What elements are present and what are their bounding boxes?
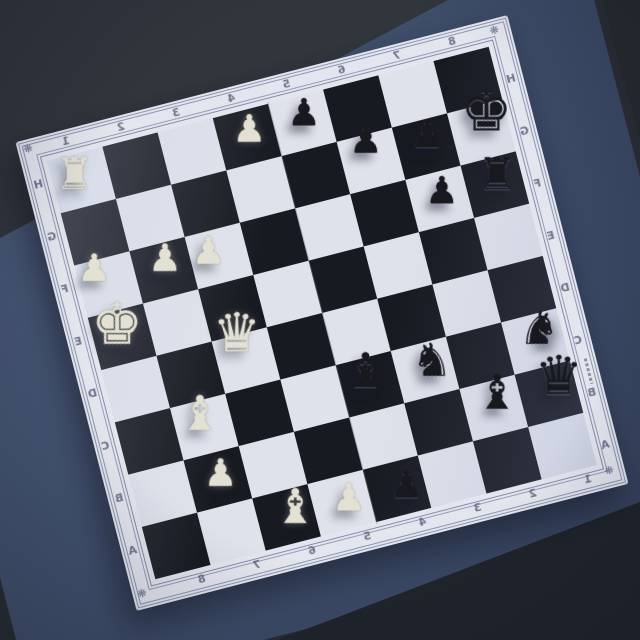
coord-label-right: B [586, 386, 597, 399]
coord-label-right: E [546, 230, 556, 243]
coord-label-bottom: 8 [196, 573, 206, 586]
coord-label-right: G [519, 125, 530, 138]
coord-label-bottom: 4 [417, 516, 427, 529]
coord-label-left: C [100, 440, 111, 453]
photo-canvas: 1234567887654321HGFEDCBAHGFEDCBA❋❋❋❋♜♟♚♟… [0, 0, 640, 640]
coord-label-top: 8 [446, 35, 456, 48]
coord-label-top: 4 [226, 92, 236, 105]
coord-label-right: A [600, 438, 611, 451]
coord-label-top: 5 [281, 78, 291, 91]
coord-label-left: A [127, 544, 138, 557]
coord-label-left: F [60, 283, 70, 296]
corner-ornament-icon: ❋ [488, 24, 500, 37]
coord-label-right: D [559, 281, 571, 294]
coord-label-top: 1 [60, 135, 70, 148]
coord-label-bottom: 5 [362, 530, 372, 543]
coord-label-top: 2 [115, 121, 125, 134]
coord-label-right: C [573, 334, 584, 347]
brand-marking [584, 358, 593, 384]
coord-label-top: 7 [391, 49, 401, 62]
corner-ornament-icon: ❋ [603, 464, 615, 477]
corner-ornament-icon: ❋ [136, 587, 148, 600]
coord-label-bottom: 6 [306, 544, 316, 557]
coord-label-bottom: 1 [582, 473, 592, 486]
coord-label-left: G [46, 230, 57, 243]
coord-label-left: D [87, 387, 99, 400]
coord-label-top: 6 [336, 64, 346, 77]
corner-ornament-icon: ❋ [22, 142, 34, 155]
coord-label-right: H [505, 72, 517, 85]
coord-label-bottom: 7 [251, 559, 261, 572]
coord-label-right: F [532, 177, 542, 190]
coord-label-bottom: 3 [472, 502, 482, 515]
coord-label-left: B [114, 492, 125, 505]
coord-label-top: 3 [170, 107, 180, 120]
coord-label-bottom: 2 [527, 487, 537, 500]
coord-label-left: E [73, 335, 83, 348]
coord-label-left: H [33, 178, 45, 191]
